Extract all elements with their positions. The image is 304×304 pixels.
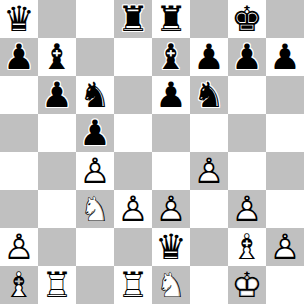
- square-h5[interactable]: [266, 114, 304, 152]
- square-h1[interactable]: [266, 266, 304, 304]
- square-b4[interactable]: [38, 152, 76, 190]
- square-b2[interactable]: [38, 228, 76, 266]
- square-a8[interactable]: ♛: [0, 0, 38, 38]
- piece-white-pawn: ♟♙: [114, 190, 152, 228]
- piece-black-pawn: ♟: [38, 76, 76, 114]
- square-f1[interactable]: [190, 266, 228, 304]
- piece-white-pawn: ♟♙: [152, 190, 190, 228]
- square-f2[interactable]: [190, 228, 228, 266]
- piece-white-bishop: ♝♗: [228, 228, 266, 266]
- square-d3[interactable]: ♟♙: [114, 190, 152, 228]
- chess-board: ♛♜♜♚♟♝♝♟♟♟♟♞♟♞♟♟♙♟♙♞♘♟♙♟♙♟♙♟♙♛♝♗♟♙♝♗♜♖♜♖…: [0, 0, 304, 304]
- piece-black-queen: ♛: [0, 0, 38, 38]
- piece-white-knight: ♞♘: [76, 190, 114, 228]
- piece-black-bishop: ♝: [152, 38, 190, 76]
- square-a7[interactable]: ♟: [0, 38, 38, 76]
- piece-white-rook: ♜♖: [38, 266, 76, 304]
- square-e8[interactable]: ♜: [152, 0, 190, 38]
- square-g1[interactable]: ♚♔: [228, 266, 266, 304]
- square-b1[interactable]: ♜♖: [38, 266, 76, 304]
- piece-black-pawn: ♟: [0, 38, 38, 76]
- piece-outline-layer: ♖: [114, 266, 152, 304]
- piece-outline-layer: ♙: [190, 152, 228, 190]
- square-f8[interactable]: [190, 0, 228, 38]
- square-f4[interactable]: ♟♙: [190, 152, 228, 190]
- square-g8[interactable]: ♚: [228, 0, 266, 38]
- piece-black-pawn: ♟: [76, 114, 114, 152]
- piece-black-pawn: ♟: [266, 38, 304, 76]
- square-h3[interactable]: [266, 190, 304, 228]
- square-b7[interactable]: ♝: [38, 38, 76, 76]
- piece-white-pawn: ♟♙: [76, 152, 114, 190]
- square-g4[interactable]: [228, 152, 266, 190]
- piece-outline-layer: ♖: [38, 266, 76, 304]
- square-h4[interactable]: [266, 152, 304, 190]
- square-a5[interactable]: [0, 114, 38, 152]
- piece-black-bishop: ♝: [38, 38, 76, 76]
- piece-white-bishop: ♝♗: [0, 266, 38, 304]
- piece-black-queen: ♛: [152, 228, 190, 266]
- square-f6[interactable]: ♞: [190, 76, 228, 114]
- piece-outline-layer: ♙: [76, 152, 114, 190]
- piece-black-knight: ♞: [190, 76, 228, 114]
- square-g6[interactable]: [228, 76, 266, 114]
- piece-outline-layer: ♔: [228, 266, 266, 304]
- piece-white-rook: ♜♖: [114, 266, 152, 304]
- square-c2[interactable]: [76, 228, 114, 266]
- square-e2[interactable]: ♛: [152, 228, 190, 266]
- piece-outline-layer: ♗: [228, 228, 266, 266]
- square-h6[interactable]: [266, 76, 304, 114]
- square-e3[interactable]: ♟♙: [152, 190, 190, 228]
- piece-outline-layer: ♙: [152, 190, 190, 228]
- square-g7[interactable]: ♟: [228, 38, 266, 76]
- piece-outline-layer: ♘: [76, 190, 114, 228]
- piece-outline-layer: ♙: [114, 190, 152, 228]
- piece-outline-layer: ♗: [0, 266, 38, 304]
- square-d1[interactable]: ♜♖: [114, 266, 152, 304]
- square-a1[interactable]: ♝♗: [0, 266, 38, 304]
- square-f7[interactable]: ♟: [190, 38, 228, 76]
- square-c4[interactable]: ♟♙: [76, 152, 114, 190]
- square-c5[interactable]: ♟: [76, 114, 114, 152]
- square-e6[interactable]: ♟: [152, 76, 190, 114]
- square-b5[interactable]: [38, 114, 76, 152]
- square-f3[interactable]: [190, 190, 228, 228]
- square-d8[interactable]: ♜: [114, 0, 152, 38]
- piece-outline-layer: ♙: [228, 190, 266, 228]
- square-g3[interactable]: ♟♙: [228, 190, 266, 228]
- square-d6[interactable]: [114, 76, 152, 114]
- square-h7[interactable]: ♟: [266, 38, 304, 76]
- piece-white-pawn: ♟♙: [228, 190, 266, 228]
- square-e4[interactable]: [152, 152, 190, 190]
- piece-outline-layer: ♙: [0, 228, 38, 266]
- square-a3[interactable]: [0, 190, 38, 228]
- square-a2[interactable]: ♟♙: [0, 228, 38, 266]
- piece-white-king: ♚♔: [228, 266, 266, 304]
- square-b6[interactable]: ♟: [38, 76, 76, 114]
- square-e1[interactable]: ♞♘: [152, 266, 190, 304]
- piece-black-knight: ♞: [76, 76, 114, 114]
- square-d4[interactable]: [114, 152, 152, 190]
- piece-black-king: ♚: [228, 0, 266, 38]
- square-a6[interactable]: [0, 76, 38, 114]
- square-b8[interactable]: [38, 0, 76, 38]
- square-d7[interactable]: [114, 38, 152, 76]
- square-h2[interactable]: ♟♙: [266, 228, 304, 266]
- piece-white-pawn: ♟♙: [266, 228, 304, 266]
- piece-outline-layer: ♙: [266, 228, 304, 266]
- square-d2[interactable]: [114, 228, 152, 266]
- square-c7[interactable]: [76, 38, 114, 76]
- piece-black-pawn: ♟: [228, 38, 266, 76]
- piece-white-pawn: ♟♙: [0, 228, 38, 266]
- square-e5[interactable]: [152, 114, 190, 152]
- square-h8[interactable]: [266, 0, 304, 38]
- piece-black-pawn: ♟: [152, 76, 190, 114]
- piece-black-rook: ♜: [152, 0, 190, 38]
- square-c8[interactable]: [76, 0, 114, 38]
- square-c3[interactable]: ♞♘: [76, 190, 114, 228]
- square-b3[interactable]: [38, 190, 76, 228]
- square-f5[interactable]: [190, 114, 228, 152]
- piece-white-knight: ♞♘: [152, 266, 190, 304]
- square-g5[interactable]: [228, 114, 266, 152]
- piece-black-pawn: ♟: [190, 38, 228, 76]
- square-a4[interactable]: [0, 152, 38, 190]
- square-d5[interactable]: [114, 114, 152, 152]
- square-c1[interactable]: [76, 266, 114, 304]
- square-g2[interactable]: ♝♗: [228, 228, 266, 266]
- piece-black-rook: ♜: [114, 0, 152, 38]
- square-c6[interactable]: ♞: [76, 76, 114, 114]
- piece-white-pawn: ♟♙: [190, 152, 228, 190]
- square-e7[interactable]: ♝: [152, 38, 190, 76]
- piece-outline-layer: ♘: [152, 266, 190, 304]
